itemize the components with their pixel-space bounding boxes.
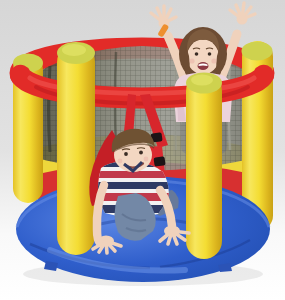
pillar-front-left	[57, 42, 95, 255]
photo-canvas	[0, 0, 285, 300]
flap-slit	[153, 156, 165, 166]
pillar-cap-highlight	[62, 44, 86, 56]
pillar-cap-highlight	[191, 75, 213, 86]
pillar-front-right	[186, 73, 222, 260]
pillar-cap	[242, 42, 273, 61]
bounce-house-photo	[0, 0, 285, 300]
